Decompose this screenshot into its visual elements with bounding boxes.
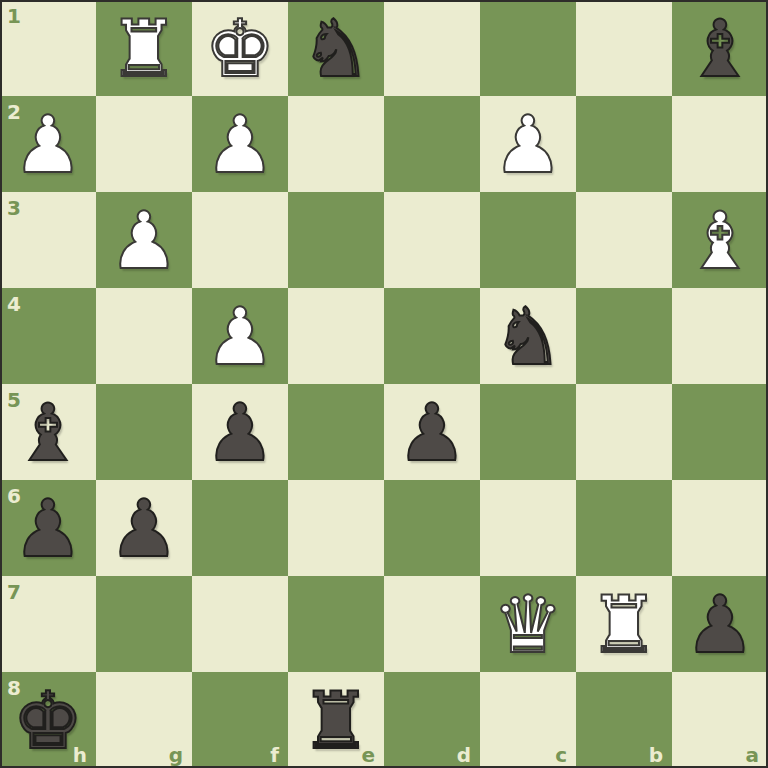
square-f4[interactable]: ♟ bbox=[192, 288, 288, 384]
piece-black-pawn[interactable]: ♟ bbox=[384, 384, 480, 480]
square-b6[interactable] bbox=[576, 480, 672, 576]
piece-white-rook[interactable]: ♜ bbox=[96, 0, 192, 96]
square-a2[interactable] bbox=[672, 96, 768, 192]
square-b3[interactable] bbox=[576, 192, 672, 288]
file-label-a: a bbox=[746, 743, 760, 767]
piece-black-pawn[interactable]: ♟ bbox=[192, 384, 288, 480]
square-c4[interactable]: ♞ bbox=[480, 288, 576, 384]
square-g1[interactable]: ♜ bbox=[96, 0, 192, 96]
chess-board: 1♜♚♞♝♟2♟♟3♟♝4♟♞♝5♟♟♟6♟7♛♜♟♚8hgf♜edcba bbox=[0, 0, 768, 768]
square-f7[interactable] bbox=[192, 576, 288, 672]
square-f8[interactable]: f bbox=[192, 672, 288, 768]
piece-white-pawn[interactable]: ♟ bbox=[0, 96, 96, 192]
square-e6[interactable] bbox=[288, 480, 384, 576]
file-label-f: f bbox=[270, 743, 279, 767]
square-c2[interactable]: ♟ bbox=[480, 96, 576, 192]
square-f1[interactable]: ♚ bbox=[192, 0, 288, 96]
square-c3[interactable] bbox=[480, 192, 576, 288]
square-h3[interactable]: 3 bbox=[0, 192, 96, 288]
square-b8[interactable]: b bbox=[576, 672, 672, 768]
square-g2[interactable] bbox=[96, 96, 192, 192]
file-label-d: d bbox=[457, 743, 471, 767]
square-c6[interactable] bbox=[480, 480, 576, 576]
piece-white-queen[interactable]: ♛ bbox=[480, 576, 576, 672]
square-a3[interactable]: ♝ bbox=[672, 192, 768, 288]
square-e8[interactable]: ♜e bbox=[288, 672, 384, 768]
piece-black-pawn[interactable]: ♟ bbox=[672, 576, 768, 672]
file-label-b: b bbox=[649, 743, 663, 767]
square-b5[interactable] bbox=[576, 384, 672, 480]
piece-white-pawn[interactable]: ♟ bbox=[480, 96, 576, 192]
piece-white-pawn[interactable]: ♟ bbox=[192, 96, 288, 192]
square-f5[interactable]: ♟ bbox=[192, 384, 288, 480]
square-b4[interactable] bbox=[576, 288, 672, 384]
square-a8[interactable]: a bbox=[672, 672, 768, 768]
square-e5[interactable] bbox=[288, 384, 384, 480]
piece-black-king[interactable]: ♚ bbox=[0, 672, 96, 768]
square-g4[interactable] bbox=[96, 288, 192, 384]
square-g8[interactable]: g bbox=[96, 672, 192, 768]
square-h4[interactable]: 4 bbox=[0, 288, 96, 384]
square-b1[interactable] bbox=[576, 0, 672, 96]
square-g5[interactable] bbox=[96, 384, 192, 480]
rank-label-3: 3 bbox=[7, 196, 21, 220]
square-g6[interactable]: ♟ bbox=[96, 480, 192, 576]
piece-black-pawn[interactable]: ♟ bbox=[0, 480, 96, 576]
piece-black-rook[interactable]: ♜ bbox=[288, 672, 384, 768]
square-d6[interactable] bbox=[384, 480, 480, 576]
piece-black-knight[interactable]: ♞ bbox=[480, 288, 576, 384]
square-e3[interactable] bbox=[288, 192, 384, 288]
square-h5[interactable]: ♝5 bbox=[0, 384, 96, 480]
square-f3[interactable] bbox=[192, 192, 288, 288]
piece-black-pawn[interactable]: ♟ bbox=[96, 480, 192, 576]
square-a7[interactable]: ♟ bbox=[672, 576, 768, 672]
square-h7[interactable]: 7 bbox=[0, 576, 96, 672]
square-g7[interactable] bbox=[96, 576, 192, 672]
square-b7[interactable]: ♜ bbox=[576, 576, 672, 672]
piece-black-bishop[interactable]: ♝ bbox=[672, 0, 768, 96]
square-d7[interactable] bbox=[384, 576, 480, 672]
square-a5[interactable] bbox=[672, 384, 768, 480]
square-h2[interactable]: ♟2 bbox=[0, 96, 96, 192]
piece-white-pawn[interactable]: ♟ bbox=[192, 288, 288, 384]
square-d5[interactable]: ♟ bbox=[384, 384, 480, 480]
square-d1[interactable] bbox=[384, 0, 480, 96]
square-d2[interactable] bbox=[384, 96, 480, 192]
square-e4[interactable] bbox=[288, 288, 384, 384]
square-e1[interactable]: ♞ bbox=[288, 0, 384, 96]
rank-label-1: 1 bbox=[7, 4, 21, 28]
square-g3[interactable]: ♟ bbox=[96, 192, 192, 288]
square-f2[interactable]: ♟ bbox=[192, 96, 288, 192]
square-h8[interactable]: ♚8h bbox=[0, 672, 96, 768]
square-a1[interactable]: ♝ bbox=[672, 0, 768, 96]
square-h1[interactable]: 1 bbox=[0, 0, 96, 96]
file-label-c: c bbox=[555, 743, 567, 767]
square-a6[interactable] bbox=[672, 480, 768, 576]
piece-white-king[interactable]: ♚ bbox=[192, 0, 288, 96]
square-h6[interactable]: ♟6 bbox=[0, 480, 96, 576]
square-c1[interactable] bbox=[480, 0, 576, 96]
square-c8[interactable]: c bbox=[480, 672, 576, 768]
square-c7[interactable]: ♛ bbox=[480, 576, 576, 672]
piece-black-bishop[interactable]: ♝ bbox=[0, 384, 96, 480]
piece-white-rook[interactable]: ♜ bbox=[576, 576, 672, 672]
square-d4[interactable] bbox=[384, 288, 480, 384]
square-d3[interactable] bbox=[384, 192, 480, 288]
piece-black-knight[interactable]: ♞ bbox=[288, 0, 384, 96]
square-c5[interactable] bbox=[480, 384, 576, 480]
piece-white-bishop[interactable]: ♝ bbox=[672, 192, 768, 288]
square-f6[interactable] bbox=[192, 480, 288, 576]
piece-white-pawn[interactable]: ♟ bbox=[96, 192, 192, 288]
rank-label-7: 7 bbox=[7, 580, 21, 604]
square-d8[interactable]: d bbox=[384, 672, 480, 768]
square-e7[interactable] bbox=[288, 576, 384, 672]
file-label-g: g bbox=[169, 743, 183, 767]
square-e2[interactable] bbox=[288, 96, 384, 192]
square-b2[interactable] bbox=[576, 96, 672, 192]
square-a4[interactable] bbox=[672, 288, 768, 384]
rank-label-4: 4 bbox=[7, 292, 21, 316]
